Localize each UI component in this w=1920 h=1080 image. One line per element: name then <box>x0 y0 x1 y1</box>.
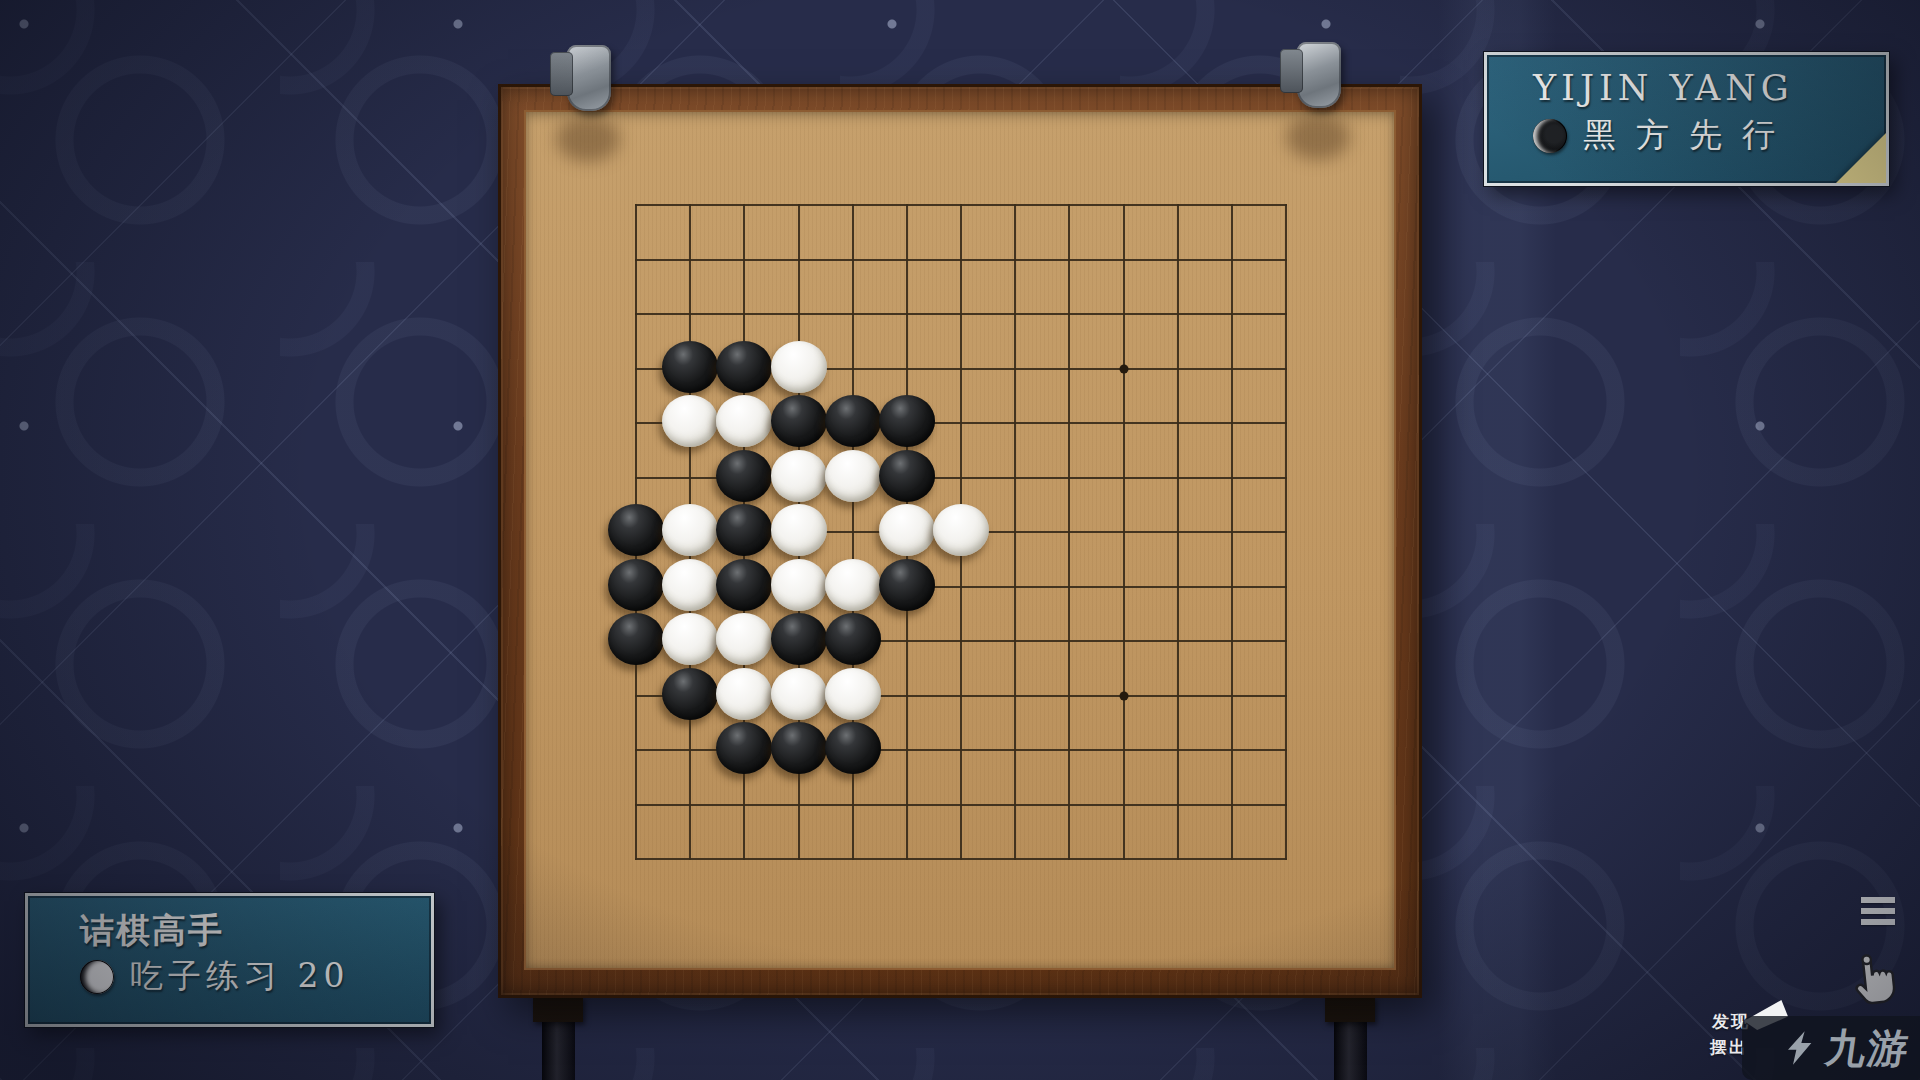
white-stone <box>771 340 827 392</box>
black-stone <box>879 449 935 501</box>
white-stone <box>716 613 772 665</box>
black-stone <box>662 667 718 719</box>
black-stone-icon <box>1533 119 1567 153</box>
black-stone <box>716 504 772 556</box>
player-name: YIJIN YANG <box>1533 65 1886 111</box>
turn-status: 黑方先行 <box>1583 113 1795 158</box>
board-clip-right-icon <box>1297 42 1341 108</box>
white-stone <box>771 504 827 556</box>
player-panel[interactable]: YIJIN YANG 黑方先行 <box>1484 52 1889 186</box>
black-stone <box>879 558 935 610</box>
black-stone <box>771 613 827 665</box>
puzzle-title: 诘棋高手 <box>80 908 431 952</box>
black-stone <box>825 722 881 774</box>
puzzle-panel: 诘棋高手 吃子练习 20 <box>25 893 434 1027</box>
grid-line-vertical <box>1177 204 1179 860</box>
grid-line-vertical <box>1123 204 1125 860</box>
grid-line-horizontal <box>635 804 1287 806</box>
black-stone <box>825 395 881 447</box>
white-stone <box>771 449 827 501</box>
black-stone <box>771 395 827 447</box>
black-stone <box>716 722 772 774</box>
black-stone <box>608 613 664 665</box>
watermark-text: 九游 <box>1822 1021 1914 1076</box>
white-stone <box>662 613 718 665</box>
board-clip-left-icon <box>567 45 611 111</box>
juyou-logo-icon <box>1778 1028 1818 1068</box>
white-stone <box>716 667 772 719</box>
black-stone <box>662 340 718 392</box>
white-stone <box>825 558 881 610</box>
go-puzzle-screen: YIJIN YANG 黑方先行 诘棋高手 吃子练习 20 发现 摆出 九游 <box>0 0 1920 1080</box>
clip-shadow-right <box>1286 114 1350 160</box>
white-stone <box>879 504 935 556</box>
white-stone <box>662 504 718 556</box>
clip-shadow-left <box>556 116 620 162</box>
stand-leg-right <box>1334 994 1367 1080</box>
grid-line-horizontal <box>635 858 1287 860</box>
black-stone <box>825 613 881 665</box>
hamburger-icon <box>1861 897 1895 903</box>
black-stone <box>716 340 772 392</box>
white-stone <box>933 504 989 556</box>
star-point <box>1119 364 1128 373</box>
star-point <box>1119 691 1128 700</box>
menu-button[interactable] <box>1861 897 1895 930</box>
grid-line-vertical <box>1285 204 1287 860</box>
black-stone <box>716 558 772 610</box>
watermark-box: 九游 <box>1742 1016 1920 1080</box>
white-stone <box>716 395 772 447</box>
grid-line-vertical <box>1014 204 1016 860</box>
white-stone <box>771 558 827 610</box>
white-stone-icon <box>80 960 114 994</box>
white-stone <box>825 667 881 719</box>
white-stone <box>662 395 718 447</box>
black-stone <box>608 504 664 556</box>
black-stone <box>716 449 772 501</box>
grid-line-vertical <box>1231 204 1233 860</box>
puzzle-subtitle: 吃子练习 20 <box>130 954 349 999</box>
black-stone <box>771 722 827 774</box>
corner-fold-icon <box>1835 132 1887 184</box>
black-stone <box>608 558 664 610</box>
white-stone <box>771 667 827 719</box>
white-stone <box>662 558 718 610</box>
black-stone <box>879 395 935 447</box>
goban[interactable] <box>636 205 1286 859</box>
hand-pointer-icon <box>1845 945 1905 1008</box>
stand-leg-left <box>542 994 575 1080</box>
grid-line-vertical <box>1068 204 1070 860</box>
white-stone <box>825 449 881 501</box>
